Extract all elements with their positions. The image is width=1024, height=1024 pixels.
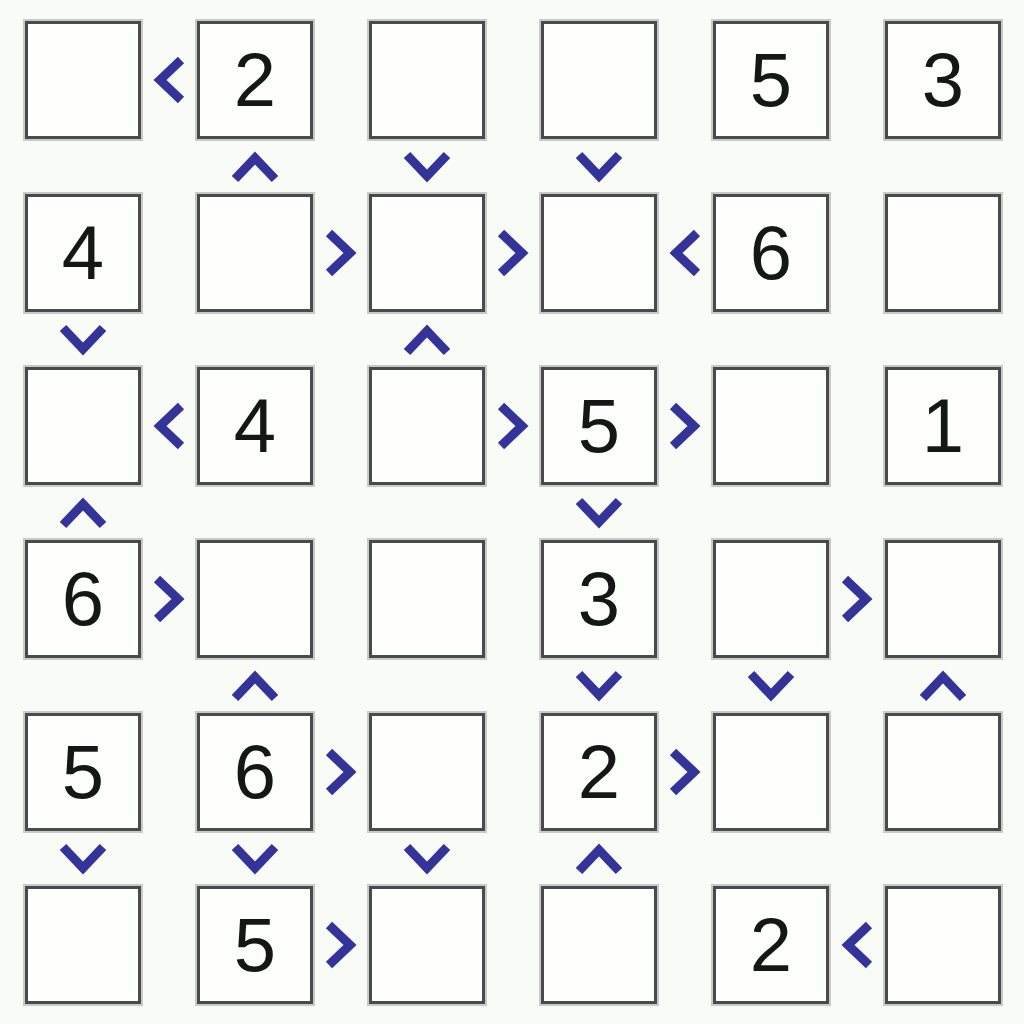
cell-r6c2: 5 [197, 886, 313, 1004]
greater-than-icon [141, 540, 197, 658]
cell-r6c4[interactable] [541, 886, 657, 1004]
given-digit: 3 [578, 561, 620, 637]
less-than-up-icon [197, 139, 313, 194]
given-digit: 5 [750, 42, 792, 118]
less-than-icon [829, 886, 885, 1004]
cell-r1c6: 3 [885, 21, 1001, 139]
given-digit: 6 [62, 561, 104, 637]
greater-than-down-icon [541, 658, 657, 713]
cell-r1c1[interactable] [25, 21, 141, 139]
cell-r3c1[interactable] [25, 367, 141, 485]
cell-r2c2[interactable] [197, 194, 313, 312]
cell-r2c4[interactable] [541, 194, 657, 312]
less-than-up-icon [541, 831, 657, 886]
less-than-icon [657, 194, 713, 312]
cell-r3c3[interactable] [369, 367, 485, 485]
less-than-up-icon [369, 312, 485, 367]
cell-r4c2[interactable] [197, 540, 313, 658]
given-digit: 2 [578, 734, 620, 810]
given-digit: 6 [750, 215, 792, 291]
given-digit: 5 [578, 388, 620, 464]
less-than-up-icon [25, 485, 141, 540]
greater-than-down-icon [369, 139, 485, 194]
cell-r5c2: 6 [197, 713, 313, 831]
cell-r5c3[interactable] [369, 713, 485, 831]
cell-r3c2: 4 [197, 367, 313, 485]
cell-r1c3[interactable] [369, 21, 485, 139]
cell-r3c6: 1 [885, 367, 1001, 485]
greater-than-down-icon [541, 139, 657, 194]
greater-than-down-icon [541, 485, 657, 540]
cell-r3c5[interactable] [713, 367, 829, 485]
cell-r5c4: 2 [541, 713, 657, 831]
given-digit: 5 [62, 734, 104, 810]
cell-r1c2: 2 [197, 21, 313, 139]
cell-r4c1: 6 [25, 540, 141, 658]
greater-than-icon [313, 713, 369, 831]
cell-r6c3[interactable] [369, 886, 485, 1004]
given-digit: 2 [750, 907, 792, 983]
cell-r5c5[interactable] [713, 713, 829, 831]
greater-than-down-icon [713, 658, 829, 713]
cell-r6c1[interactable] [25, 886, 141, 1004]
less-than-icon [141, 367, 197, 485]
cell-r6c5: 2 [713, 886, 829, 1004]
greater-than-icon [313, 886, 369, 1004]
cell-r4c3[interactable] [369, 540, 485, 658]
cell-r2c1: 4 [25, 194, 141, 312]
cell-r4c6[interactable] [885, 540, 1001, 658]
greater-than-icon [657, 713, 713, 831]
greater-than-icon [313, 194, 369, 312]
cell-r1c5: 5 [713, 21, 829, 139]
given-digit: 3 [922, 42, 964, 118]
less-than-icon [141, 21, 197, 139]
cell-r6c6[interactable] [885, 886, 1001, 1004]
less-than-up-icon [197, 658, 313, 713]
greater-than-icon [485, 194, 541, 312]
cell-r4c4: 3 [541, 540, 657, 658]
given-digit: 4 [234, 388, 276, 464]
greater-than-icon [657, 367, 713, 485]
greater-than-down-icon [369, 831, 485, 886]
cell-r2c5: 6 [713, 194, 829, 312]
cell-r3c4: 5 [541, 367, 657, 485]
given-digit: 5 [234, 907, 276, 983]
cell-r2c3[interactable] [369, 194, 485, 312]
greater-than-icon [485, 367, 541, 485]
cell-r5c1: 5 [25, 713, 141, 831]
cell-r4c5[interactable] [713, 540, 829, 658]
futoshiki-board: 253464516356252 [0, 0, 1024, 1024]
cell-r1c4[interactable] [541, 21, 657, 139]
given-digit: 6 [234, 734, 276, 810]
given-digit: 2 [234, 42, 276, 118]
given-digit: 4 [62, 215, 104, 291]
less-than-up-icon [885, 658, 1001, 713]
given-digit: 1 [922, 388, 964, 464]
greater-than-down-icon [25, 312, 141, 367]
greater-than-down-icon [25, 831, 141, 886]
greater-than-icon [829, 540, 885, 658]
cell-r5c6[interactable] [885, 713, 1001, 831]
greater-than-down-icon [197, 831, 313, 886]
cell-r2c6[interactable] [885, 194, 1001, 312]
